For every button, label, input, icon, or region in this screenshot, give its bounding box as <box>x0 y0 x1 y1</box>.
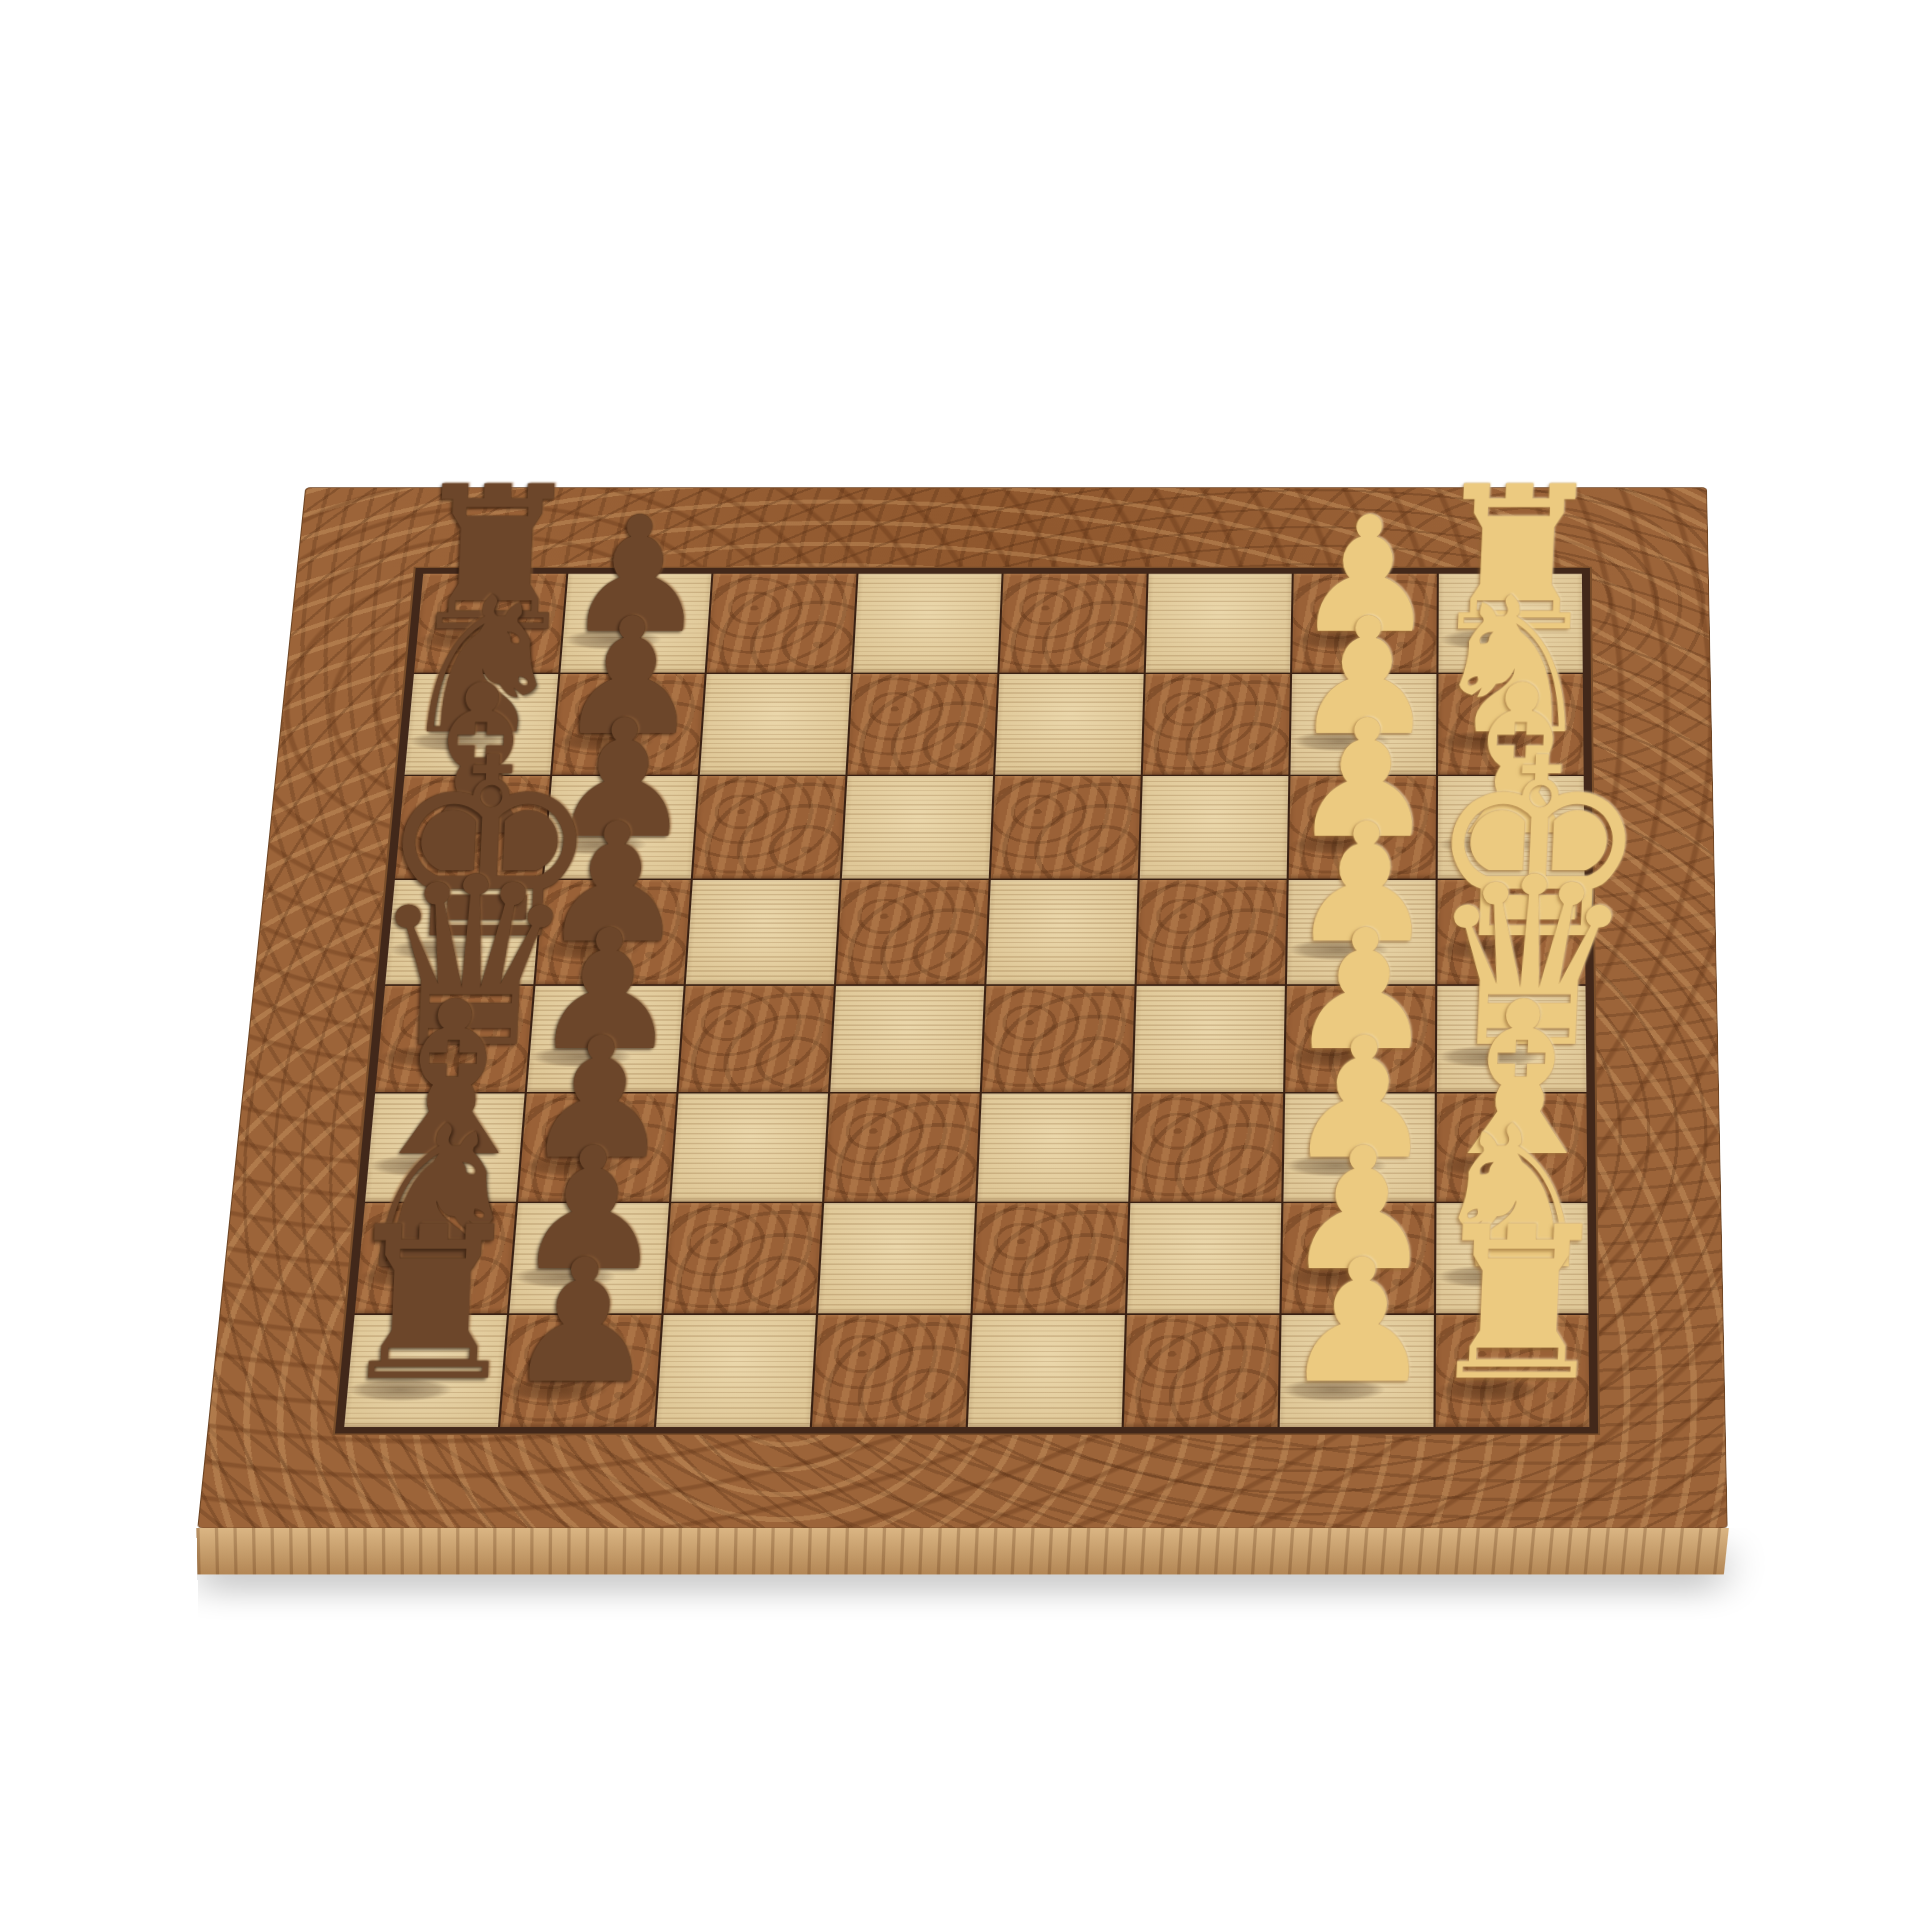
board-front-edge <box>196 1528 1729 1575</box>
square-d3[interactable] <box>1134 986 1285 1092</box>
square-g6[interactable] <box>700 674 851 775</box>
square-d6[interactable] <box>679 986 834 1092</box>
board-perspective-wrapper: ♜♟♟♜♞♟♟♞♝♟♟♝♚♟♟♚♛♟♟♛♝♟♟♝♞♟♟♞♜♟♟♜ <box>256 488 1706 1688</box>
rook-glyph: ♜ <box>332 1199 524 1411</box>
square-c5[interactable] <box>824 1094 979 1202</box>
square-d5[interactable] <box>830 986 984 1092</box>
square-c6[interactable] <box>671 1094 828 1202</box>
scene: ♜♟♟♜♞♟♟♞♝♟♟♝♚♟♟♚♛♟♟♛♝♟♟♝♞♟♟♞♜♟♟♜ <box>256 488 1706 1688</box>
square-b6[interactable] <box>664 1203 822 1313</box>
square-a4[interactable] <box>968 1315 1125 1427</box>
square-g3[interactable] <box>1143 674 1290 775</box>
product-photo: ♜♟♟♜♞♟♟♞♝♟♟♝♚♟♟♚♛♟♟♛♝♟♟♝♞♟♟♞♜♟♟♜ <box>0 0 1920 1920</box>
square-g4[interactable] <box>995 674 1144 775</box>
square-g5[interactable] <box>848 674 998 775</box>
piece-black-rook-a8[interactable]: ♜ <box>332 1180 524 1392</box>
square-c4[interactable] <box>977 1094 1131 1202</box>
square-a6[interactable] <box>656 1315 816 1427</box>
square-d4[interactable] <box>982 986 1135 1092</box>
rook-glyph: ♜ <box>1420 1199 1612 1411</box>
square-a5[interactable] <box>812 1315 970 1427</box>
piece-white-rook-a1[interactable]: ♜ <box>1421 1180 1613 1392</box>
square-b3[interactable] <box>1127 1203 1281 1313</box>
square-a3[interactable] <box>1124 1315 1280 1427</box>
square-b5[interactable] <box>818 1203 975 1313</box>
square-b4[interactable] <box>973 1203 1129 1313</box>
chess-board: ♜♟♟♜♞♟♟♞♝♟♟♝♚♟♟♚♛♟♟♛♝♟♟♝♞♟♟♞♜♟♟♜ <box>198 488 1726 1528</box>
square-c3[interactable] <box>1130 1094 1283 1202</box>
